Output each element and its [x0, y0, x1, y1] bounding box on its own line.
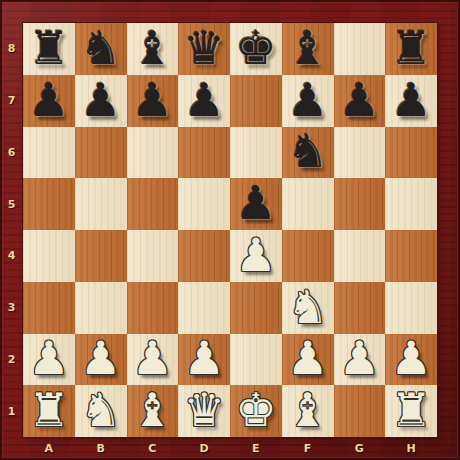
square-g1[interactable]: [334, 385, 386, 437]
piece-white-pawn-c2[interactable]: ♟: [132, 335, 173, 381]
square-b6[interactable]: [75, 127, 127, 179]
square-d1[interactable]: ♛: [178, 385, 230, 437]
file-label-d: D: [178, 437, 230, 460]
square-f2[interactable]: ♟: [282, 334, 334, 386]
square-f4[interactable]: [282, 230, 334, 282]
piece-black-pawn-e5[interactable]: ♟: [235, 180, 276, 226]
square-c3[interactable]: [127, 282, 179, 334]
board: ♜♞♝♛♚♝♜♟♟♟♟♟♟♟♞♟♟♞♟♟♟♟♟♟♟♜♞♝♛♚♝♜: [23, 23, 437, 437]
piece-black-rook-h8[interactable]: ♜: [391, 25, 432, 71]
square-g3[interactable]: [334, 282, 386, 334]
piece-black-bishop-f8[interactable]: ♝: [287, 25, 328, 71]
piece-black-pawn-d7[interactable]: ♟: [184, 77, 225, 123]
square-c5[interactable]: [127, 178, 179, 230]
square-a7[interactable]: ♟: [23, 75, 75, 127]
rank-label-6: 6: [0, 127, 23, 179]
square-h2[interactable]: ♟: [385, 334, 437, 386]
square-c4[interactable]: [127, 230, 179, 282]
piece-black-knight-f6[interactable]: ♞: [287, 128, 328, 174]
square-b4[interactable]: [75, 230, 127, 282]
square-b2[interactable]: ♟: [75, 334, 127, 386]
square-g5[interactable]: [334, 178, 386, 230]
square-f1[interactable]: ♝: [282, 385, 334, 437]
piece-black-pawn-a7[interactable]: ♟: [28, 77, 69, 123]
square-a2[interactable]: ♟: [23, 334, 75, 386]
file-label-c: C: [127, 437, 179, 460]
rank-label-7: 7: [0, 75, 23, 127]
square-g2[interactable]: ♟: [334, 334, 386, 386]
piece-white-knight-f3[interactable]: ♞: [287, 284, 328, 330]
rank-label-4: 4: [0, 230, 23, 282]
piece-white-pawn-g2[interactable]: ♟: [339, 335, 380, 381]
piece-white-pawn-a2[interactable]: ♟: [28, 335, 69, 381]
square-e3[interactable]: [230, 282, 282, 334]
square-h1[interactable]: ♜: [385, 385, 437, 437]
square-c8[interactable]: ♝: [127, 23, 179, 75]
piece-white-queen-d1[interactable]: ♛: [184, 387, 225, 433]
file-label-f: F: [282, 437, 334, 460]
piece-black-pawn-c7[interactable]: ♟: [132, 77, 173, 123]
square-c6[interactable]: [127, 127, 179, 179]
square-c2[interactable]: ♟: [127, 334, 179, 386]
file-labels: ABCDEFGH: [23, 437, 437, 460]
square-e1[interactable]: ♚: [230, 385, 282, 437]
piece-white-bishop-f1[interactable]: ♝: [287, 387, 328, 433]
square-h8[interactable]: ♜: [385, 23, 437, 75]
square-d8[interactable]: ♛: [178, 23, 230, 75]
file-label-g: G: [334, 437, 386, 460]
piece-white-pawn-h2[interactable]: ♟: [391, 335, 432, 381]
square-d3[interactable]: [178, 282, 230, 334]
rank-label-8: 8: [0, 23, 23, 75]
square-a3[interactable]: [23, 282, 75, 334]
square-d4[interactable]: [178, 230, 230, 282]
square-c7[interactable]: ♟: [127, 75, 179, 127]
file-label-e: E: [230, 437, 282, 460]
file-label-a: A: [23, 437, 75, 460]
chess-board-window: ♜♞♝♛♚♝♜♟♟♟♟♟♟♟♞♟♟♞♟♟♟♟♟♟♟♜♞♝♛♚♝♜ 8765432…: [0, 0, 460, 460]
square-d5[interactable]: [178, 178, 230, 230]
square-a5[interactable]: [23, 178, 75, 230]
piece-white-king-e1[interactable]: ♚: [235, 387, 276, 433]
square-f5[interactable]: [282, 178, 334, 230]
rank-label-3: 3: [0, 282, 23, 334]
piece-black-pawn-f7[interactable]: ♟: [287, 77, 328, 123]
square-e2[interactable]: [230, 334, 282, 386]
piece-black-bishop-c8[interactable]: ♝: [132, 25, 173, 71]
square-f7[interactable]: ♟: [282, 75, 334, 127]
square-a4[interactable]: [23, 230, 75, 282]
square-a8[interactable]: ♜: [23, 23, 75, 75]
piece-white-rook-a1[interactable]: ♜: [28, 387, 69, 433]
piece-black-pawn-b7[interactable]: ♟: [80, 77, 121, 123]
piece-white-bishop-c1[interactable]: ♝: [132, 387, 173, 433]
square-b7[interactable]: ♟: [75, 75, 127, 127]
square-h3[interactable]: [385, 282, 437, 334]
square-b3[interactable]: [75, 282, 127, 334]
piece-black-pawn-g7[interactable]: ♟: [339, 77, 380, 123]
piece-white-knight-b1[interactable]: ♞: [80, 387, 121, 433]
rank-label-2: 2: [0, 334, 23, 386]
square-a6[interactable]: [23, 127, 75, 179]
rank-label-1: 1: [0, 385, 23, 437]
square-e8[interactable]: ♚: [230, 23, 282, 75]
piece-white-pawn-b2[interactable]: ♟: [80, 335, 121, 381]
rank-labels: 87654321: [0, 23, 23, 437]
piece-black-rook-a8[interactable]: ♜: [28, 25, 69, 71]
square-e4[interactable]: ♟: [230, 230, 282, 282]
square-b1[interactable]: ♞: [75, 385, 127, 437]
piece-black-queen-d8[interactable]: ♛: [184, 25, 225, 71]
piece-white-pawn-f2[interactable]: ♟: [287, 335, 328, 381]
square-f8[interactable]: ♝: [282, 23, 334, 75]
piece-white-pawn-e4[interactable]: ♟: [235, 232, 276, 278]
rank-label-5: 5: [0, 178, 23, 230]
square-g4[interactable]: [334, 230, 386, 282]
square-f3[interactable]: ♞: [282, 282, 334, 334]
square-d7[interactable]: ♟: [178, 75, 230, 127]
square-h5[interactable]: [385, 178, 437, 230]
square-g7[interactable]: ♟: [334, 75, 386, 127]
square-g6[interactable]: [334, 127, 386, 179]
square-d2[interactable]: ♟: [178, 334, 230, 386]
square-h4[interactable]: [385, 230, 437, 282]
square-a1[interactable]: ♜: [23, 385, 75, 437]
square-e5[interactable]: ♟: [230, 178, 282, 230]
square-h7[interactable]: ♟: [385, 75, 437, 127]
square-e7[interactable]: [230, 75, 282, 127]
piece-white-pawn-d2[interactable]: ♟: [184, 335, 225, 381]
square-b5[interactable]: [75, 178, 127, 230]
square-b8[interactable]: ♞: [75, 23, 127, 75]
square-f6[interactable]: ♞: [282, 127, 334, 179]
file-label-b: B: [75, 437, 127, 460]
square-d6[interactable]: [178, 127, 230, 179]
square-g8[interactable]: [334, 23, 386, 75]
square-e6[interactable]: [230, 127, 282, 179]
piece-black-king-e8[interactable]: ♚: [235, 25, 276, 71]
piece-white-rook-h1[interactable]: ♜: [391, 387, 432, 433]
square-c1[interactable]: ♝: [127, 385, 179, 437]
piece-black-knight-b8[interactable]: ♞: [80, 25, 121, 71]
piece-black-pawn-h7[interactable]: ♟: [391, 77, 432, 123]
square-h6[interactable]: [385, 127, 437, 179]
file-label-h: H: [385, 437, 437, 460]
